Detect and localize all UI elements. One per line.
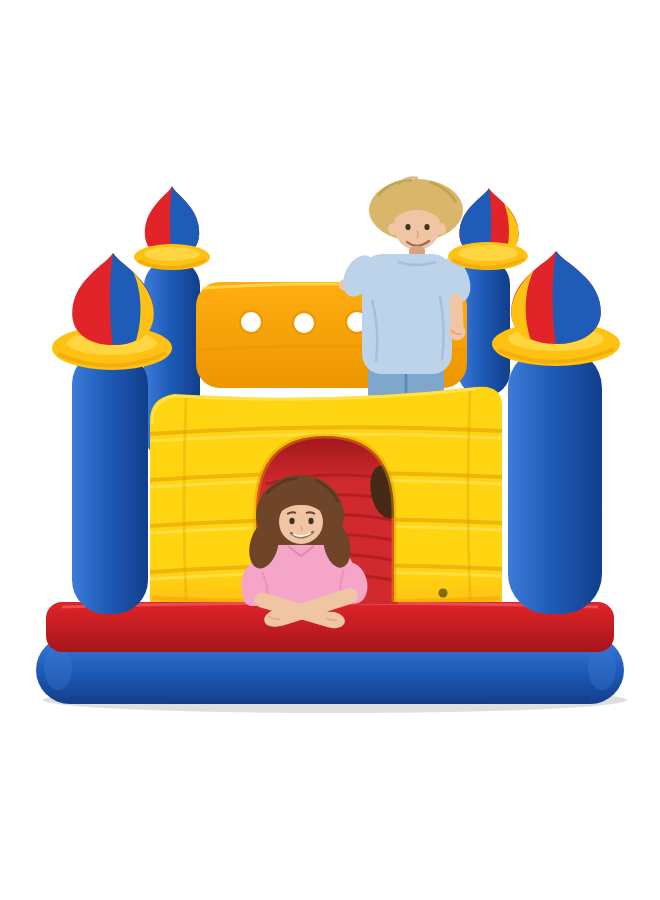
front-right-dome — [511, 251, 601, 344]
front-left-column — [72, 350, 148, 614]
front-right-tower — [492, 251, 620, 614]
air-valve — [439, 589, 448, 598]
porthole — [293, 312, 315, 334]
rear-right-ring — [448, 242, 528, 270]
product-photo: Two children playing in an inflatable ju… — [0, 0, 660, 900]
boy-eye — [405, 224, 410, 230]
porthole — [240, 311, 262, 333]
bounce-castle-illustration: Two children playing in an inflatable ju… — [0, 0, 660, 900]
boy-eye — [424, 224, 429, 230]
boy-fist — [449, 324, 466, 341]
girl-eye — [308, 518, 313, 524]
front-right-column — [508, 348, 602, 614]
rear-left-tower-top — [134, 186, 210, 270]
rear-left-ring — [134, 244, 210, 270]
front-left-dome — [72, 253, 154, 345]
girl-eye — [289, 518, 294, 524]
boy-arm-right — [456, 300, 457, 326]
